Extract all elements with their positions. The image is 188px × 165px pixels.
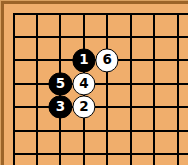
board-intersection <box>119 2 142 25</box>
board-intersection: 6 <box>96 49 119 72</box>
board-intersection <box>2 49 25 72</box>
board-intersection <box>25 142 48 165</box>
board-intersection: 5 <box>49 72 72 95</box>
board-intersection <box>96 72 119 95</box>
stone-number: 4 <box>79 77 88 91</box>
board-intersection <box>25 25 48 48</box>
board-intersection: 4 <box>72 72 95 95</box>
board-intersection <box>96 96 119 119</box>
board-intersection <box>142 142 165 165</box>
board-intersection <box>166 72 188 95</box>
board-intersection <box>25 96 48 119</box>
board-intersection: 1 <box>72 49 95 72</box>
board-intersection <box>49 119 72 142</box>
stone-number: 2 <box>79 101 88 115</box>
board-intersection <box>25 72 48 95</box>
board-edge-top <box>0 1 188 4</box>
board-intersection: 2 <box>72 96 95 119</box>
board-intersection <box>142 96 165 119</box>
board-intersection <box>142 25 165 48</box>
stone-number: 5 <box>56 77 65 91</box>
stone-number: 1 <box>79 54 88 68</box>
board-intersection <box>2 119 25 142</box>
board-intersection <box>49 25 72 48</box>
board-intersection <box>119 96 142 119</box>
board-intersection <box>49 49 72 72</box>
board-intersection <box>96 119 119 142</box>
board-edge-top-highlight <box>0 0 188 1</box>
board-intersection <box>96 25 119 48</box>
board-intersection <box>166 49 188 72</box>
white-stone: 4 <box>72 72 95 95</box>
board-intersection <box>119 25 142 48</box>
go-diagram: 165432 <box>0 0 188 165</box>
board-intersection <box>166 119 188 142</box>
board-intersection <box>96 2 119 25</box>
board-intersection <box>166 2 188 25</box>
board-intersection <box>49 142 72 165</box>
board-intersection <box>96 142 119 165</box>
white-stone: 6 <box>96 49 119 72</box>
board-intersection <box>119 119 142 142</box>
board-intersection <box>72 142 95 165</box>
board-intersection <box>2 96 25 119</box>
board-edge-left-highlight <box>0 0 1 165</box>
black-stone: 1 <box>72 49 95 72</box>
board-intersection <box>166 96 188 119</box>
black-stone: 3 <box>49 96 72 119</box>
board-intersection <box>142 2 165 25</box>
board-edge-left <box>1 0 4 165</box>
stone-number: 3 <box>56 101 65 115</box>
board-intersection <box>2 25 25 48</box>
board-intersection <box>72 25 95 48</box>
black-stone: 5 <box>49 72 72 95</box>
board-intersection <box>72 119 95 142</box>
board-intersection <box>72 2 95 25</box>
board-intersection <box>119 49 142 72</box>
board-intersection <box>166 25 188 48</box>
board-intersection <box>49 2 72 25</box>
board-intersection <box>142 49 165 72</box>
board-intersection: 3 <box>49 96 72 119</box>
board-intersection <box>119 142 142 165</box>
board-intersection <box>2 2 25 25</box>
board-intersection <box>119 72 142 95</box>
board-intersection <box>25 119 48 142</box>
board-intersection <box>25 2 48 25</box>
board-intersection <box>25 49 48 72</box>
stone-number: 6 <box>103 54 112 68</box>
board-intersection <box>142 119 165 142</box>
board-intersection <box>2 142 25 165</box>
white-stone: 2 <box>72 96 95 119</box>
board-intersection <box>2 72 25 95</box>
board-intersection <box>166 142 188 165</box>
board-intersection <box>142 72 165 95</box>
go-board: 165432 <box>2 2 188 165</box>
